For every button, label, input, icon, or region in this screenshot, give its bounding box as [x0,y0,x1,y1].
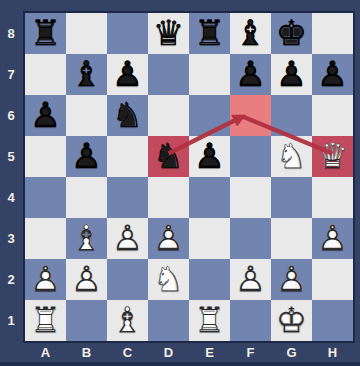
square-h3[interactable]: ♟♙ [312,218,353,259]
square-e8[interactable]: ♜♖ [189,13,230,54]
knight-glyph-outline: ♘ [148,259,189,300]
square-c6[interactable]: ♞♘ [107,95,148,136]
bishop-glyph-outline: ♗ [66,54,107,95]
black-pawn-b5[interactable]: ♟♙ [66,136,107,177]
pawn-glyph-outline: ♙ [107,54,148,95]
chess-board: ♜♖♛♕♜♖♝♗♚♔♝♗♟♙♟♙♟♙♟♙♟♙♞♘♟♙♞♘♟♙♞♘♛♕♝♗♟♙♟♙… [25,13,353,341]
rank-label-2: 2 [0,259,22,300]
black-rook-a8[interactable]: ♜♖ [25,13,66,54]
white-rook-a1[interactable]: ♜♖ [25,300,66,341]
pawn-glyph-outline: ♙ [271,259,312,300]
square-d2[interactable]: ♞♘ [148,259,189,300]
bishop-glyph-outline: ♗ [107,300,148,341]
file-label-C: C [107,344,148,362]
pawn-glyph-outline: ♙ [25,259,66,300]
square-b5[interactable]: ♟♙ [66,136,107,177]
king-glyph-outline: ♔ [271,13,312,54]
black-king-g8[interactable]: ♚♔ [271,13,312,54]
square-d4[interactable] [148,177,189,218]
file-label-F: F [230,344,271,362]
square-a2[interactable]: ♟♙ [25,259,66,300]
white-rook-e1[interactable]: ♜♖ [189,300,230,341]
knight-glyph-outline: ♘ [107,95,148,136]
black-bishop-b7[interactable]: ♝♗ [66,54,107,95]
black-pawn-h7[interactable]: ♟♙ [312,54,353,95]
white-knight-d2[interactable]: ♞♘ [148,259,189,300]
rook-glyph-outline: ♖ [189,300,230,341]
square-g2[interactable]: ♟♙ [271,259,312,300]
square-c3[interactable]: ♟♙ [107,218,148,259]
black-queen-d8[interactable]: ♛♕ [148,13,189,54]
file-label-E: E [189,344,230,362]
square-h5[interactable]: ♛♕ [312,136,353,177]
square-b1[interactable] [66,300,107,341]
square-c4[interactable] [107,177,148,218]
square-f2[interactable]: ♟♙ [230,259,271,300]
square-b8[interactable] [66,13,107,54]
pawn-glyph-outline: ♙ [271,54,312,95]
white-pawn-c3[interactable]: ♟♙ [107,218,148,259]
square-g1[interactable]: ♚♔ [271,300,312,341]
square-f6[interactable] [230,95,271,136]
square-g4[interactable] [271,177,312,218]
square-g7[interactable]: ♟♙ [271,54,312,95]
square-c8[interactable] [107,13,148,54]
white-king-g1[interactable]: ♚♔ [271,300,312,341]
black-bishop-f8[interactable]: ♝♗ [230,13,271,54]
square-d3[interactable]: ♟♙ [148,218,189,259]
rank-label-7: 7 [0,54,22,95]
file-label-B: B [66,344,107,362]
square-h4[interactable] [312,177,353,218]
knight-glyph-outline: ♘ [271,136,312,177]
rook-glyph-outline: ♖ [189,13,230,54]
square-d8[interactable]: ♛♕ [148,13,189,54]
square-b3[interactable]: ♝♗ [66,218,107,259]
square-d5[interactable]: ♞♘ [148,136,189,177]
pawn-glyph-outline: ♙ [312,54,353,95]
file-label-A: A [25,344,66,362]
pawn-glyph-outline: ♙ [312,218,353,259]
square-f3[interactable] [230,218,271,259]
rook-glyph-outline: ♖ [25,300,66,341]
black-knight-c6[interactable]: ♞♘ [107,95,148,136]
square-b7[interactable]: ♝♗ [66,54,107,95]
chess-board-panel: ♜♖♛♕♜♖♝♗♚♔♝♗♟♙♟♙♟♙♟♙♟♙♞♘♟♙♞♘♟♙♞♘♛♕♝♗♟♙♟♙… [0,0,360,366]
black-knight-d5[interactable]: ♞♘ [148,136,189,177]
square-f7[interactable]: ♟♙ [230,54,271,95]
pawn-glyph-outline: ♙ [230,54,271,95]
pawn-glyph-outline: ♙ [107,218,148,259]
square-h7[interactable]: ♟♙ [312,54,353,95]
black-pawn-a6[interactable]: ♟♙ [25,95,66,136]
square-a1[interactable]: ♜♖ [25,300,66,341]
square-e1[interactable]: ♜♖ [189,300,230,341]
square-h2[interactable] [312,259,353,300]
rank-label-5: 5 [0,136,22,177]
pawn-glyph-outline: ♙ [189,136,230,177]
square-a7[interactable] [25,54,66,95]
pawn-glyph-outline: ♙ [66,136,107,177]
square-e4[interactable] [189,177,230,218]
white-bishop-b3[interactable]: ♝♗ [66,218,107,259]
square-d6[interactable] [148,95,189,136]
king-glyph-outline: ♔ [271,300,312,341]
square-c1[interactable]: ♝♗ [107,300,148,341]
square-a8[interactable]: ♜♖ [25,13,66,54]
rank-label-6: 6 [0,95,22,136]
white-pawn-g2[interactable]: ♟♙ [271,259,312,300]
square-b4[interactable] [66,177,107,218]
pawn-glyph-outline: ♙ [148,218,189,259]
bottom-border-strip [0,362,360,366]
pawn-glyph-outline: ♙ [230,259,271,300]
queen-glyph-outline: ♕ [312,136,353,177]
square-a3[interactable] [25,218,66,259]
pawn-glyph-outline: ♙ [66,259,107,300]
rank-label-3: 3 [0,218,22,259]
rank-label-1: 1 [0,300,22,341]
board-frame: ♜♖♛♕♜♖♝♗♚♔♝♗♟♙♟♙♟♙♟♙♟♙♞♘♟♙♞♘♟♙♞♘♛♕♝♗♟♙♟♙… [23,11,355,343]
black-pawn-c7[interactable]: ♟♙ [107,54,148,95]
square-h1[interactable] [312,300,353,341]
square-c2[interactable] [107,259,148,300]
square-e6[interactable] [189,95,230,136]
square-g6[interactable] [271,95,312,136]
square-a4[interactable] [25,177,66,218]
square-c7[interactable]: ♟♙ [107,54,148,95]
square-b6[interactable] [66,95,107,136]
square-d7[interactable] [148,54,189,95]
knight-glyph-outline: ♘ [148,136,189,177]
square-e5[interactable]: ♟♙ [189,136,230,177]
black-pawn-f7[interactable]: ♟♙ [230,54,271,95]
white-bishop-c1[interactable]: ♝♗ [107,300,148,341]
file-label-D: D [148,344,189,362]
bishop-glyph-outline: ♗ [230,13,271,54]
pawn-glyph-outline: ♙ [25,95,66,136]
square-a5[interactable] [25,136,66,177]
square-a6[interactable]: ♟♙ [25,95,66,136]
square-f1[interactable] [230,300,271,341]
white-knight-g5[interactable]: ♞♘ [271,136,312,177]
bishop-glyph-outline: ♗ [66,218,107,259]
black-pawn-e5[interactable]: ♟♙ [189,136,230,177]
file-label-G: G [271,344,312,362]
white-pawn-b2[interactable]: ♟♙ [66,259,107,300]
white-pawn-d3[interactable]: ♟♙ [148,218,189,259]
square-d1[interactable] [148,300,189,341]
square-e7[interactable] [189,54,230,95]
square-g5[interactable]: ♞♘ [271,136,312,177]
black-pawn-g7[interactable]: ♟♙ [271,54,312,95]
black-rook-e8[interactable]: ♜♖ [189,13,230,54]
square-e2[interactable] [189,259,230,300]
rank-label-8: 8 [0,13,22,54]
square-f8[interactable]: ♝♗ [230,13,271,54]
rank-label-4: 4 [0,177,22,218]
square-g3[interactable] [271,218,312,259]
white-pawn-h3[interactable]: ♟♙ [312,218,353,259]
square-b2[interactable]: ♟♙ [66,259,107,300]
square-g8[interactable]: ♚♔ [271,13,312,54]
white-queen-h5[interactable]: ♛♕ [312,136,353,177]
rook-glyph-outline: ♖ [25,13,66,54]
square-f4[interactable] [230,177,271,218]
white-pawn-f2[interactable]: ♟♙ [230,259,271,300]
square-e3[interactable] [189,218,230,259]
square-c5[interactable] [107,136,148,177]
file-label-H: H [312,344,353,362]
square-h8[interactable] [312,13,353,54]
square-h6[interactable] [312,95,353,136]
square-f5[interactable] [230,136,271,177]
queen-glyph-outline: ♕ [148,13,189,54]
white-pawn-a2[interactable]: ♟♙ [25,259,66,300]
